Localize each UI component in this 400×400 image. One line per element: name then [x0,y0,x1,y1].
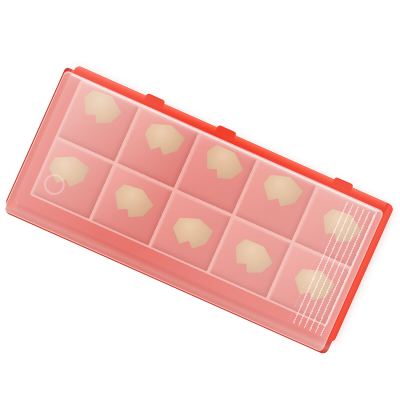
carbide-insert [316,203,366,250]
carbide-insert [140,118,187,159]
insert-case [16,65,395,344]
carbide-insert [107,179,157,226]
carbide-insert [168,212,215,252]
carbide-insert [227,233,278,281]
carbide-insert [258,169,306,212]
carbide-insert [290,264,338,306]
product-photo [0,0,400,400]
